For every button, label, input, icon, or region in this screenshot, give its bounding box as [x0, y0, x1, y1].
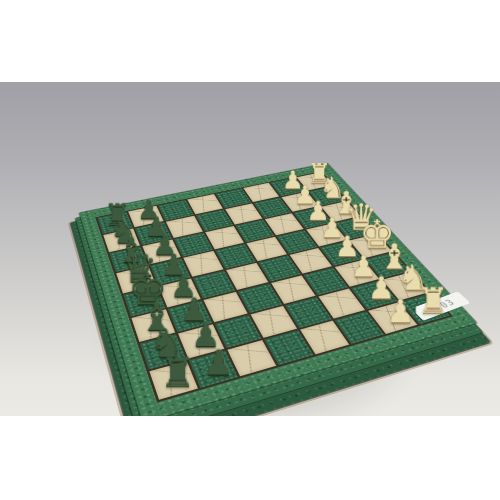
piece-cream-pawn[interactable]: ♟	[386, 296, 414, 328]
photo-area: ♜♟♟♜♞♟♟♞♝♟♟♝♛♟♟♛♚♟♟♚♝♟♟♝♞♟♟♞♜♟♟♜ 4203	[0, 82, 500, 416]
piece-green-pawn[interactable]: ♟	[203, 346, 234, 380]
piece-cream-rook[interactable]: ♜	[417, 283, 449, 319]
piece-green-rook[interactable]: ♜	[160, 352, 196, 392]
